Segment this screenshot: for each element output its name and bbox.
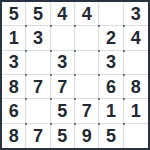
cell-r2c3[interactable] [51, 26, 75, 50]
cell-r2c2[interactable]: 3 [26, 26, 50, 50]
cell-r4c6[interactable]: 8 [124, 75, 148, 99]
puzzle-board: 554431324333877686571187595 [0, 0, 150, 150]
cell-r4c1[interactable]: 8 [2, 75, 26, 99]
cell-r3c3[interactable]: 3 [51, 51, 75, 75]
cell-r6c4[interactable]: 9 [75, 124, 99, 148]
cell-r3c1[interactable]: 3 [2, 51, 26, 75]
cell-r4c3[interactable]: 7 [51, 75, 75, 99]
cell-r5c4[interactable]: 7 [75, 99, 99, 123]
cell-r4c4[interactable] [75, 75, 99, 99]
cell-r2c4[interactable] [75, 26, 99, 50]
cell-r1c2[interactable]: 5 [26, 2, 50, 26]
cell-r5c1[interactable]: 6 [2, 99, 26, 123]
cell-r2c5[interactable]: 2 [99, 26, 123, 50]
cell-r2c6[interactable]: 4 [124, 26, 148, 50]
cell-r5c6[interactable]: 1 [124, 99, 148, 123]
cell-r3c5[interactable]: 3 [99, 51, 123, 75]
cell-r1c3[interactable]: 4 [51, 2, 75, 26]
cell-r1c6[interactable]: 3 [124, 2, 148, 26]
cell-r1c5[interactable] [99, 2, 123, 26]
cell-r3c4[interactable] [75, 51, 99, 75]
cell-r6c5[interactable]: 5 [99, 124, 123, 148]
cell-r3c2[interactable] [26, 51, 50, 75]
cell-r1c4[interactable]: 4 [75, 2, 99, 26]
cell-r3c6[interactable] [124, 51, 148, 75]
cell-r6c2[interactable]: 7 [26, 124, 50, 148]
cell-r6c3[interactable]: 5 [51, 124, 75, 148]
cell-r5c5[interactable]: 1 [99, 99, 123, 123]
cell-r5c2[interactable] [26, 99, 50, 123]
cell-r6c1[interactable]: 8 [2, 124, 26, 148]
cell-r6c6[interactable] [124, 124, 148, 148]
cell-r5c3[interactable]: 5 [51, 99, 75, 123]
cell-r4c5[interactable]: 6 [99, 75, 123, 99]
number-grid: 554431324333877686571187595 [2, 2, 148, 148]
cell-r2c1[interactable]: 1 [2, 26, 26, 50]
cell-r1c1[interactable]: 5 [2, 2, 26, 26]
cell-r4c2[interactable]: 7 [26, 75, 50, 99]
